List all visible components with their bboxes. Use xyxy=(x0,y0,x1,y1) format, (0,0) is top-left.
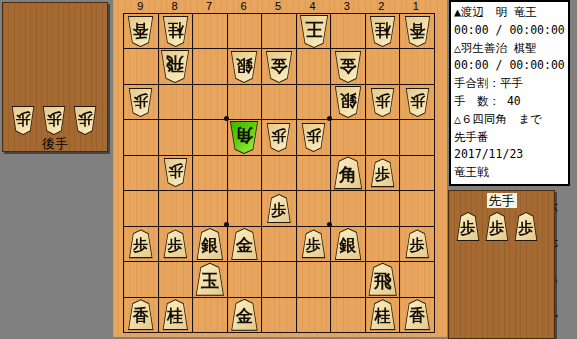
piece-kanji: 角 xyxy=(229,121,259,154)
square-2-5[interactable]: 歩 xyxy=(366,156,400,190)
square-1-9[interactable]: 香 xyxy=(400,298,434,332)
square-4-4[interactable]: 歩 xyxy=(297,120,331,154)
piece-kanji: 歩 xyxy=(485,212,509,241)
piece-玉-sente[interactable]: 玉 xyxy=(195,263,225,296)
piece-kanji: 王 xyxy=(299,15,329,48)
piece-王-gote[interactable]: 王 xyxy=(299,15,329,48)
square-3-5[interactable]: 角 xyxy=(331,156,365,190)
square-1-5[interactable] xyxy=(400,156,434,190)
piece-kanji: 歩 xyxy=(370,158,395,187)
star-point xyxy=(224,222,229,227)
square-2-1[interactable]: 桂 xyxy=(366,14,400,48)
piece-kanji: 歩 xyxy=(11,106,35,135)
piece-kanji: 歩 xyxy=(456,212,480,241)
piece-歩-sente[interactable]: 歩 xyxy=(405,229,430,258)
piece-銀-gote[interactable]: 銀 xyxy=(334,86,362,118)
piece-歩-gote[interactable]: 歩 xyxy=(128,88,153,117)
square-1-6[interactable] xyxy=(400,191,434,225)
square-5-5[interactable] xyxy=(262,156,296,190)
piece-桂-gote[interactable]: 桂 xyxy=(162,16,189,47)
square-3-8[interactable] xyxy=(331,262,365,296)
square-7-1[interactable] xyxy=(193,14,227,48)
info-line-1: ▲渡辺 明 竜王 xyxy=(454,4,565,22)
piece-kanji: 飛 xyxy=(160,50,190,83)
square-8-4[interactable] xyxy=(159,120,193,154)
piece-kanji: 金 xyxy=(265,51,293,83)
info-line-3: △羽生善治 棋聖 xyxy=(454,40,565,58)
piece-歩-gote[interactable]: 歩 xyxy=(405,88,430,117)
square-4-2[interactable] xyxy=(297,49,331,83)
square-7-6[interactable] xyxy=(193,191,227,225)
square-6-5[interactable] xyxy=(228,156,262,190)
piece-歩-sente[interactable]: 歩 xyxy=(370,158,395,187)
square-3-3[interactable]: 銀 xyxy=(331,85,365,119)
piece-kanji: 歩 xyxy=(266,123,291,152)
piece-歩-sente[interactable]: 歩 xyxy=(266,194,291,223)
square-1-1[interactable]: 香 xyxy=(400,14,434,48)
square-1-4[interactable] xyxy=(400,120,434,154)
square-1-3[interactable]: 歩 xyxy=(400,85,434,119)
square-7-8[interactable]: 玉 xyxy=(193,262,227,296)
file-label-3: 3 xyxy=(330,0,364,13)
square-5-3[interactable] xyxy=(262,85,296,119)
piece-kanji: 歩 xyxy=(370,88,395,117)
file-label-4: 4 xyxy=(295,0,329,13)
square-6-9[interactable]: 金 xyxy=(228,298,262,332)
square-9-2[interactable] xyxy=(124,49,158,83)
piece-kanji: 銀 xyxy=(230,51,258,83)
piece-歩-gote[interactable]: 歩 xyxy=(370,88,395,117)
piece-歩-sente[interactable]: 歩 xyxy=(485,212,509,241)
square-8-1[interactable]: 桂 xyxy=(159,14,193,48)
board-grid: 香桂王桂香飛銀金金歩銀歩歩角歩歩歩角歩歩歩歩銀金歩銀歩玉飛香桂金桂香 xyxy=(123,13,435,333)
piece-歩-gote[interactable]: 歩 xyxy=(42,106,66,135)
piece-kanji: 香 xyxy=(404,16,431,47)
square-7-3[interactable] xyxy=(193,85,227,119)
sente-hand-tray: 先手 歩歩歩 xyxy=(448,190,555,339)
gote-hand-label: 後手 xyxy=(40,136,70,151)
piece-kanji: 歩 xyxy=(42,106,66,135)
square-4-9[interactable] xyxy=(297,298,331,332)
piece-kanji: 桂 xyxy=(162,16,189,47)
info-line-7: △６四同角 まで xyxy=(454,111,565,129)
piece-歩-gote[interactable]: 歩 xyxy=(266,123,291,152)
piece-歩-sente[interactable]: 歩 xyxy=(456,212,480,241)
star-point xyxy=(224,116,229,121)
piece-金-gote[interactable]: 金 xyxy=(334,51,362,83)
square-5-4[interactable]: 歩 xyxy=(262,120,296,154)
square-3-2[interactable]: 金 xyxy=(331,49,365,83)
square-6-8[interactable] xyxy=(228,262,262,296)
square-2-8[interactable]: 飛 xyxy=(366,262,400,296)
piece-香-gote[interactable]: 香 xyxy=(404,16,431,47)
info-line-4: 00:00 / 00:00:00 xyxy=(454,57,565,75)
file-label-8: 8 xyxy=(157,0,191,13)
star-point xyxy=(327,116,332,121)
piece-kanji: 歩 xyxy=(514,212,538,241)
square-8-2[interactable]: 飛 xyxy=(159,49,193,83)
file-label-6: 6 xyxy=(226,0,260,13)
square-5-1[interactable] xyxy=(262,14,296,48)
file-labels: 987654321 xyxy=(123,0,433,13)
piece-香-gote[interactable]: 香 xyxy=(127,16,154,47)
piece-kanji: 歩 xyxy=(405,88,430,117)
square-4-7[interactable]: 歩 xyxy=(297,227,331,261)
piece-金-sente[interactable]: 金 xyxy=(230,228,258,260)
square-2-2[interactable] xyxy=(366,49,400,83)
square-2-4[interactable] xyxy=(366,120,400,154)
info-line-8: 先手番 xyxy=(454,129,565,147)
piece-kanji: 桂 xyxy=(369,299,396,330)
info-panel: ▲渡辺 明 竜王00:00 / 00:00:00△羽生善治 棋聖00:00 / … xyxy=(449,0,570,186)
piece-kanji: 歩 xyxy=(301,123,326,152)
piece-kanji: 歩 xyxy=(128,229,153,258)
square-9-6[interactable] xyxy=(124,191,158,225)
square-3-6[interactable] xyxy=(331,191,365,225)
square-9-5[interactable] xyxy=(124,156,158,190)
piece-kanji: 飛 xyxy=(368,263,398,296)
square-6-6[interactable] xyxy=(228,191,262,225)
screen: 歩歩歩 後手 987654321 香桂王桂香飛銀金金歩銀歩歩角歩歩歩角歩歩歩歩銀… xyxy=(0,0,577,339)
piece-kanji: 銀 xyxy=(334,228,362,260)
square-6-2[interactable]: 銀 xyxy=(228,49,262,83)
piece-kanji: 玉 xyxy=(195,263,225,296)
square-8-7[interactable]: 歩 xyxy=(159,227,193,261)
sente-hand-label: 先手 xyxy=(487,193,517,208)
piece-歩-sente[interactable]: 歩 xyxy=(514,212,538,241)
file-label-7: 7 xyxy=(192,0,226,13)
info-line-9: 2017/11/23 xyxy=(454,146,565,164)
square-1-2[interactable] xyxy=(400,49,434,83)
piece-kanji: 桂 xyxy=(162,299,189,330)
square-6-7[interactable]: 金 xyxy=(228,227,262,261)
piece-kanji: 角 xyxy=(333,156,363,189)
piece-kanji: 銀 xyxy=(196,228,224,260)
info-line-5: 手合割：平手 xyxy=(454,75,565,93)
square-3-1[interactable] xyxy=(331,14,365,48)
square-9-9[interactable]: 香 xyxy=(124,298,158,332)
sente-hand-pieces: 歩歩歩 xyxy=(449,212,554,241)
square-3-4[interactable] xyxy=(331,120,365,154)
piece-銀-sente[interactable]: 銀 xyxy=(334,228,362,260)
piece-角-gote[interactable]: 角 xyxy=(229,121,259,154)
gote-hand-tray: 歩歩歩 後手 xyxy=(2,2,108,152)
piece-歩-sente[interactable]: 歩 xyxy=(163,229,188,258)
square-4-3[interactable] xyxy=(297,85,331,119)
info-line-6: 手 数： 40 xyxy=(454,93,565,111)
piece-kanji: 歩 xyxy=(405,229,430,258)
square-3-7[interactable]: 銀 xyxy=(331,227,365,261)
square-2-7[interactable] xyxy=(366,227,400,261)
square-5-6[interactable]: 歩 xyxy=(262,191,296,225)
square-5-9[interactable] xyxy=(262,298,296,332)
info-line-10: 竜王戦 xyxy=(454,164,565,182)
piece-金-gote[interactable]: 金 xyxy=(265,51,293,83)
piece-kanji: 金 xyxy=(230,299,258,331)
piece-銀-sente[interactable]: 銀 xyxy=(196,228,224,260)
gote-hand-pieces: 歩歩歩 xyxy=(3,106,107,135)
file-label-5: 5 xyxy=(261,0,295,13)
square-2-6[interactable] xyxy=(366,191,400,225)
square-6-3[interactable] xyxy=(228,85,262,119)
piece-歩-gote[interactable]: 歩 xyxy=(73,106,97,135)
piece-kanji: 桂 xyxy=(369,16,396,47)
file-label-9: 9 xyxy=(123,0,157,13)
piece-桂-sente[interactable]: 桂 xyxy=(162,299,189,330)
square-5-2[interactable]: 金 xyxy=(262,49,296,83)
square-4-5[interactable] xyxy=(297,156,331,190)
piece-kanji: 銀 xyxy=(334,86,362,118)
piece-桂-gote[interactable]: 桂 xyxy=(369,16,396,47)
square-7-2[interactable] xyxy=(193,49,227,83)
piece-kanji: 香 xyxy=(404,299,431,330)
piece-金-sente[interactable]: 金 xyxy=(230,299,258,331)
square-5-7[interactable] xyxy=(262,227,296,261)
piece-kanji: 歩 xyxy=(266,194,291,223)
piece-kanji: 歩 xyxy=(163,229,188,258)
square-8-6[interactable] xyxy=(159,191,193,225)
square-8-8[interactable] xyxy=(159,262,193,296)
square-4-6[interactable] xyxy=(297,191,331,225)
square-7-9[interactable] xyxy=(193,298,227,332)
square-7-5[interactable] xyxy=(193,156,227,190)
square-8-3[interactable] xyxy=(159,85,193,119)
square-6-4[interactable]: 角 xyxy=(228,120,262,154)
square-9-4[interactable] xyxy=(124,120,158,154)
piece-歩-gote[interactable]: 歩 xyxy=(301,123,326,152)
square-5-8[interactable] xyxy=(262,262,296,296)
square-3-9[interactable] xyxy=(331,298,365,332)
piece-kanji: 歩 xyxy=(73,106,97,135)
piece-歩-sente[interactable]: 歩 xyxy=(128,229,153,258)
square-6-1[interactable] xyxy=(228,14,262,48)
square-9-1[interactable]: 香 xyxy=(124,14,158,48)
piece-歩-gote[interactable]: 歩 xyxy=(11,106,35,135)
square-8-9[interactable]: 桂 xyxy=(159,298,193,332)
piece-角-sente[interactable]: 角 xyxy=(333,156,363,189)
info-line-2: 00:00 / 00:00:00 xyxy=(454,22,565,40)
piece-kanji: 金 xyxy=(334,51,362,83)
piece-歩-sente[interactable]: 歩 xyxy=(301,229,326,258)
square-1-8[interactable] xyxy=(400,262,434,296)
square-4-8[interactable] xyxy=(297,262,331,296)
piece-銀-gote[interactable]: 銀 xyxy=(230,51,258,83)
piece-桂-sente[interactable]: 桂 xyxy=(369,299,396,330)
square-2-9[interactable]: 桂 xyxy=(366,298,400,332)
square-9-3[interactable]: 歩 xyxy=(124,85,158,119)
square-8-5[interactable]: 歩 xyxy=(159,156,193,190)
square-2-3[interactable]: 歩 xyxy=(366,85,400,119)
piece-kanji: 香 xyxy=(127,299,154,330)
square-1-7[interactable]: 歩 xyxy=(400,227,434,261)
piece-飛-sente[interactable]: 飛 xyxy=(368,263,398,296)
square-7-7[interactable]: 銀 xyxy=(193,227,227,261)
piece-香-sente[interactable]: 香 xyxy=(127,299,154,330)
piece-kanji: 金 xyxy=(230,228,258,260)
piece-歩-gote[interactable]: 歩 xyxy=(163,158,188,187)
shogi-board-panel: 987654321 香桂王桂香飛銀金金歩銀歩歩角歩歩歩角歩歩歩歩銀金歩銀歩玉飛香… xyxy=(113,0,447,337)
piece-飛-gote[interactable]: 飛 xyxy=(160,50,190,83)
square-4-1[interactable]: 王 xyxy=(297,14,331,48)
piece-kanji: 香 xyxy=(127,16,154,47)
square-9-7[interactable]: 歩 xyxy=(124,227,158,261)
file-label-2: 2 xyxy=(364,0,398,13)
piece-香-sente[interactable]: 香 xyxy=(404,299,431,330)
star-point xyxy=(327,222,332,227)
square-7-4[interactable] xyxy=(193,120,227,154)
piece-kanji: 歩 xyxy=(163,158,188,187)
square-9-8[interactable] xyxy=(124,262,158,296)
piece-kanji: 歩 xyxy=(301,229,326,258)
piece-kanji: 歩 xyxy=(128,88,153,117)
file-label-1: 1 xyxy=(399,0,433,13)
